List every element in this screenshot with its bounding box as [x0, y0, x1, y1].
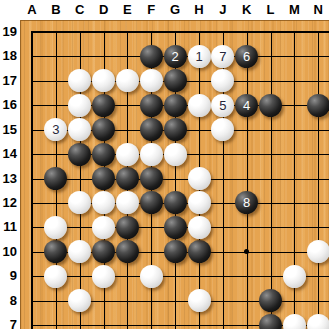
- goban[interactable]: 26481753: [20, 20, 329, 329]
- stone-M7[interactable]: [283, 314, 306, 329]
- stone-D9[interactable]: [92, 265, 115, 288]
- stone-C8[interactable]: [68, 289, 91, 312]
- stone-G10[interactable]: [164, 240, 187, 263]
- column-label-D: D: [94, 1, 114, 18]
- column-label-L: L: [261, 1, 281, 18]
- stone-H10[interactable]: [188, 240, 211, 263]
- stone-D12[interactable]: [92, 191, 115, 214]
- stone-F13[interactable]: [140, 167, 163, 190]
- stone-J18[interactable]: 7: [211, 45, 234, 68]
- row-label-19: 19: [0, 24, 17, 40]
- stone-L8[interactable]: [259, 289, 282, 312]
- row-label-12: 12: [0, 195, 17, 211]
- stone-G16[interactable]: [164, 94, 187, 117]
- stone-H13[interactable]: [188, 167, 211, 190]
- go-board-screenshot: 26481753 ABCDEFGHJKLMN191817161514131211…: [0, 0, 329, 329]
- stone-C14[interactable]: [68, 143, 91, 166]
- stone-H8[interactable]: [188, 289, 211, 312]
- column-label-J: J: [213, 1, 233, 18]
- stone-F16[interactable]: [140, 94, 163, 117]
- stone-M9[interactable]: [283, 265, 306, 288]
- stone-C17[interactable]: [68, 69, 91, 92]
- move-number-6: 6: [243, 50, 250, 63]
- stone-J17[interactable]: [211, 69, 234, 92]
- column-label-A: A: [22, 1, 42, 18]
- column-label-K: K: [237, 1, 257, 18]
- stone-E14[interactable]: [116, 143, 139, 166]
- stone-D14[interactable]: [92, 143, 115, 166]
- column-label-M: M: [284, 1, 304, 18]
- stone-D15[interactable]: [92, 118, 115, 141]
- stone-B11[interactable]: [44, 216, 67, 239]
- row-label-10: 10: [0, 244, 17, 260]
- row-label-11: 11: [0, 219, 17, 235]
- stone-L7[interactable]: [259, 314, 282, 329]
- stone-G12[interactable]: [164, 191, 187, 214]
- stone-H18[interactable]: 1: [188, 45, 211, 68]
- stone-B15[interactable]: 3: [44, 118, 67, 141]
- stone-B10[interactable]: [44, 240, 67, 263]
- stone-H12[interactable]: [188, 191, 211, 214]
- grid-line-col-L: [271, 31, 272, 329]
- stone-C12[interactable]: [68, 191, 91, 214]
- stone-F15[interactable]: [140, 118, 163, 141]
- stone-G14[interactable]: [164, 143, 187, 166]
- stone-E17[interactable]: [116, 69, 139, 92]
- stone-F9[interactable]: [140, 265, 163, 288]
- grid-line-col-N: [318, 31, 319, 329]
- stone-F14[interactable]: [140, 143, 163, 166]
- move-number-1: 1: [195, 50, 202, 63]
- stone-J15[interactable]: [211, 118, 234, 141]
- column-label-B: B: [46, 1, 66, 18]
- column-label-G: G: [165, 1, 185, 18]
- stone-G17[interactable]: [164, 69, 187, 92]
- star-point-K10: [244, 249, 249, 254]
- column-label-E: E: [117, 1, 137, 18]
- row-label-17: 17: [0, 73, 17, 89]
- stone-G15[interactable]: [164, 118, 187, 141]
- stone-C15[interactable]: [68, 118, 91, 141]
- stone-K16[interactable]: 4: [235, 94, 258, 117]
- column-label-F: F: [141, 1, 161, 18]
- stone-K18[interactable]: 6: [235, 45, 258, 68]
- stone-H11[interactable]: [188, 216, 211, 239]
- move-number-3: 3: [52, 123, 59, 136]
- stone-C10[interactable]: [68, 240, 91, 263]
- move-number-4: 4: [243, 99, 250, 112]
- row-label-7: 7: [0, 317, 17, 329]
- row-label-9: 9: [0, 268, 17, 284]
- stone-D11[interactable]: [92, 216, 115, 239]
- column-label-N: N: [308, 1, 328, 18]
- move-number-5: 5: [219, 99, 226, 112]
- move-number-7: 7: [219, 50, 226, 63]
- row-label-16: 16: [0, 97, 17, 113]
- stone-N7[interactable]: [307, 314, 329, 329]
- stone-N10[interactable]: [307, 240, 329, 263]
- stone-B9[interactable]: [44, 265, 67, 288]
- row-label-15: 15: [0, 122, 17, 138]
- stone-D10[interactable]: [92, 240, 115, 263]
- column-label-H: H: [189, 1, 209, 18]
- stone-D13[interactable]: [92, 167, 115, 190]
- stone-E10[interactable]: [116, 240, 139, 263]
- row-label-14: 14: [0, 146, 17, 162]
- stone-E13[interactable]: [116, 167, 139, 190]
- stone-D17[interactable]: [92, 69, 115, 92]
- stone-E11[interactable]: [116, 216, 139, 239]
- stone-H16[interactable]: [188, 94, 211, 117]
- stone-B13[interactable]: [44, 167, 67, 190]
- stone-G18[interactable]: 2: [164, 45, 187, 68]
- row-label-13: 13: [0, 171, 17, 187]
- move-number-2: 2: [171, 50, 178, 63]
- stone-F18[interactable]: [140, 45, 163, 68]
- stone-F12[interactable]: [140, 191, 163, 214]
- grid-line-col-K: [247, 31, 248, 329]
- column-label-C: C: [70, 1, 90, 18]
- stone-K12[interactable]: 8: [235, 191, 258, 214]
- stone-D16[interactable]: [92, 94, 115, 117]
- stone-E12[interactable]: [116, 191, 139, 214]
- stone-L16[interactable]: [259, 94, 282, 117]
- row-label-18: 18: [0, 48, 17, 64]
- stone-F17[interactable]: [140, 69, 163, 92]
- stone-G11[interactable]: [164, 216, 187, 239]
- stone-J16[interactable]: 5: [211, 94, 234, 117]
- row-label-8: 8: [0, 293, 17, 309]
- stone-C16[interactable]: [68, 94, 91, 117]
- grid-line-row-19: [31, 31, 329, 33]
- grid-line-col-A: [31, 31, 33, 329]
- stone-N16[interactable]: [307, 94, 329, 117]
- move-number-8: 8: [243, 196, 250, 209]
- grid-line-row-13: [31, 179, 329, 180]
